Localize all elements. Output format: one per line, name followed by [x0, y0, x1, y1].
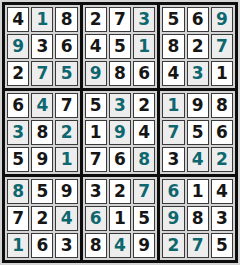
box-2: 273451986: [83, 5, 158, 88]
cell-r1c4[interactable]: 2: [85, 7, 107, 32]
cell-r6c9[interactable]: 2: [211, 147, 233, 172]
cell-r5c8[interactable]: 5: [187, 120, 209, 145]
cell-r1c5[interactable]: 7: [109, 7, 131, 32]
cell-r6c3[interactable]: 1: [55, 147, 77, 172]
cell-r7c6[interactable]: 7: [133, 179, 155, 204]
cell-r8c6[interactable]: 5: [133, 206, 155, 231]
cell-r1c6[interactable]: 3: [133, 7, 155, 32]
cell-r6c2[interactable]: 9: [31, 147, 53, 172]
cell-r5c1[interactable]: 3: [7, 120, 29, 145]
cell-r5c3[interactable]: 2: [55, 120, 77, 145]
cell-r9c4[interactable]: 8: [85, 233, 107, 258]
cell-r7c1[interactable]: 8: [7, 179, 29, 204]
cell-r4c4[interactable]: 5: [85, 93, 107, 118]
cell-r7c8[interactable]: 1: [187, 179, 209, 204]
cell-r2c6[interactable]: 1: [133, 34, 155, 59]
cell-r9c2[interactable]: 6: [31, 233, 53, 258]
cell-r9c8[interactable]: 7: [187, 233, 209, 258]
box-4: 647382591: [5, 91, 80, 174]
cell-r5c2[interactable]: 8: [31, 120, 53, 145]
cell-r5c7[interactable]: 7: [162, 120, 184, 145]
cell-r3c5[interactable]: 8: [109, 61, 131, 86]
cell-r1c8[interactable]: 6: [187, 7, 209, 32]
cell-r7c2[interactable]: 5: [31, 179, 53, 204]
cell-r6c8[interactable]: 4: [187, 147, 209, 172]
cell-r8c2[interactable]: 2: [31, 206, 53, 231]
cell-r9c1[interactable]: 1: [7, 233, 29, 258]
box-1: 418936275: [5, 5, 80, 88]
cell-r6c7[interactable]: 3: [162, 147, 184, 172]
box-6: 198756342: [160, 91, 235, 174]
cell-r8c4[interactable]: 6: [85, 206, 107, 231]
cell-r4c6[interactable]: 2: [133, 93, 155, 118]
cell-r9c9[interactable]: 5: [211, 233, 233, 258]
cell-r5c6[interactable]: 4: [133, 120, 155, 145]
cell-r2c5[interactable]: 5: [109, 34, 131, 59]
cell-r1c3[interactable]: 8: [55, 7, 77, 32]
cell-r3c7[interactable]: 4: [162, 61, 184, 86]
cell-r1c9[interactable]: 9: [211, 7, 233, 32]
cell-r2c7[interactable]: 8: [162, 34, 184, 59]
cell-r9c7[interactable]: 2: [162, 233, 184, 258]
cell-r7c5[interactable]: 2: [109, 179, 131, 204]
cell-r4c2[interactable]: 4: [31, 93, 53, 118]
cell-r3c8[interactable]: 3: [187, 61, 209, 86]
cell-r6c5[interactable]: 6: [109, 147, 131, 172]
cell-r2c4[interactable]: 4: [85, 34, 107, 59]
cell-r3c4[interactable]: 9: [85, 61, 107, 86]
cell-r3c9[interactable]: 1: [211, 61, 233, 86]
cell-r9c6[interactable]: 9: [133, 233, 155, 258]
cell-r8c3[interactable]: 4: [55, 206, 77, 231]
cell-r2c9[interactable]: 7: [211, 34, 233, 59]
sudoku-board: 4189362752734519865698274316473825915321…: [2, 2, 238, 263]
cell-r4c8[interactable]: 9: [187, 93, 209, 118]
cell-r1c7[interactable]: 5: [162, 7, 184, 32]
box-3: 569827431: [160, 5, 235, 88]
cell-r2c2[interactable]: 3: [31, 34, 53, 59]
cell-r3c2[interactable]: 7: [31, 61, 53, 86]
cell-r7c9[interactable]: 4: [211, 179, 233, 204]
cell-r1c1[interactable]: 4: [7, 7, 29, 32]
cell-r5c4[interactable]: 1: [85, 120, 107, 145]
cell-r2c3[interactable]: 6: [55, 34, 77, 59]
cell-r4c3[interactable]: 7: [55, 93, 77, 118]
cell-r2c8[interactable]: 2: [187, 34, 209, 59]
cell-r5c5[interactable]: 9: [109, 120, 131, 145]
cell-r8c9[interactable]: 3: [211, 206, 233, 231]
cell-r2c1[interactable]: 9: [7, 34, 29, 59]
box-7: 859724163: [5, 177, 80, 260]
cell-r4c1[interactable]: 6: [7, 93, 29, 118]
cell-r3c6[interactable]: 6: [133, 61, 155, 86]
cell-r9c5[interactable]: 4: [109, 233, 131, 258]
cell-r4c9[interactable]: 8: [211, 93, 233, 118]
cell-r3c1[interactable]: 2: [7, 61, 29, 86]
cell-r5c9[interactable]: 6: [211, 120, 233, 145]
cell-r6c6[interactable]: 8: [133, 147, 155, 172]
box-5: 532194768: [83, 91, 158, 174]
cell-r8c1[interactable]: 7: [7, 206, 29, 231]
cell-r6c4[interactable]: 7: [85, 147, 107, 172]
cell-r1c2[interactable]: 1: [31, 7, 53, 32]
cell-r8c8[interactable]: 8: [187, 206, 209, 231]
cell-r7c4[interactable]: 3: [85, 179, 107, 204]
cell-r6c1[interactable]: 5: [7, 147, 29, 172]
cell-r4c7[interactable]: 1: [162, 93, 184, 118]
box-9: 614983275: [160, 177, 235, 260]
cell-r4c5[interactable]: 3: [109, 93, 131, 118]
box-8: 327615849: [83, 177, 158, 260]
cell-r8c7[interactable]: 9: [162, 206, 184, 231]
cell-r9c3[interactable]: 3: [55, 233, 77, 258]
cell-r8c5[interactable]: 1: [109, 206, 131, 231]
cell-r3c3[interactable]: 5: [55, 61, 77, 86]
cell-r7c3[interactable]: 9: [55, 179, 77, 204]
cell-r7c7[interactable]: 6: [162, 179, 184, 204]
